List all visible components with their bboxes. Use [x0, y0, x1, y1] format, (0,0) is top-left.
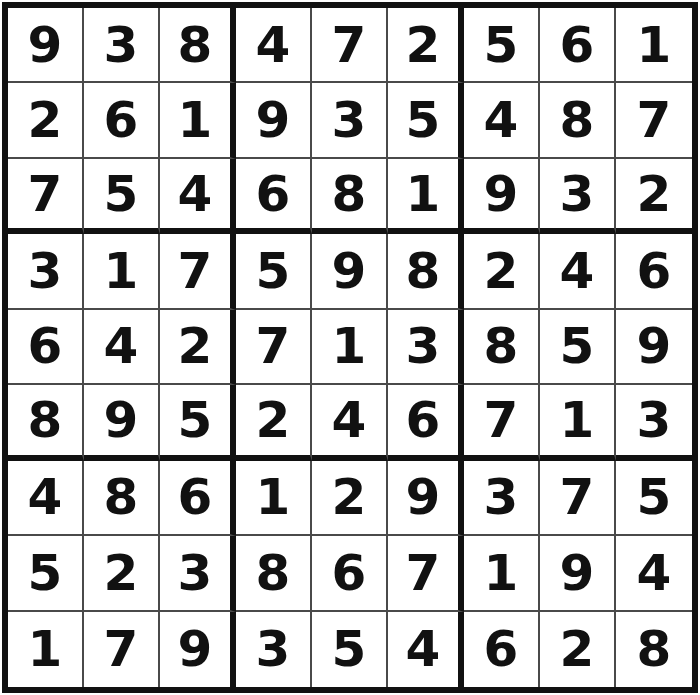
sudoku-cell-r6c1[interactable]: 8	[8, 385, 84, 460]
sudoku-cell-r6c8[interactable]: 1	[540, 385, 616, 460]
sudoku-cell-r8c6[interactable]: 7	[388, 536, 464, 611]
sudoku-cell-r2c7[interactable]: 4	[464, 83, 540, 158]
sudoku-cell-r7c6[interactable]: 9	[388, 461, 464, 536]
sudoku-cell-r9c5[interactable]: 5	[312, 612, 388, 687]
sudoku-cell-r9c9[interactable]: 8	[616, 612, 692, 687]
sudoku-cell-r8c7[interactable]: 1	[464, 536, 540, 611]
sudoku-cell-r7c5[interactable]: 2	[312, 461, 388, 536]
sudoku-cell-r9c8[interactable]: 2	[540, 612, 616, 687]
sudoku-cell-r3c7[interactable]: 9	[464, 159, 540, 234]
sudoku-cell-r2c5[interactable]: 3	[312, 83, 388, 158]
sudoku-cell-r8c8[interactable]: 9	[540, 536, 616, 611]
sudoku-cell-r6c2[interactable]: 9	[84, 385, 160, 460]
sudoku-cell-r7c1[interactable]: 4	[8, 461, 84, 536]
sudoku-cell-r6c3[interactable]: 5	[160, 385, 236, 460]
sudoku-cell-r1c9[interactable]: 1	[616, 8, 692, 83]
sudoku-cell-r3c2[interactable]: 5	[84, 159, 160, 234]
sudoku-cell-r2c4[interactable]: 9	[236, 83, 312, 158]
sudoku-cell-r5c1[interactable]: 6	[8, 310, 84, 385]
sudoku-cell-r2c2[interactable]: 6	[84, 83, 160, 158]
sudoku-cell-r9c7[interactable]: 6	[464, 612, 540, 687]
sudoku-cell-r2c3[interactable]: 1	[160, 83, 236, 158]
sudoku-cell-r1c3[interactable]: 8	[160, 8, 236, 83]
sudoku-cell-r9c2[interactable]: 7	[84, 612, 160, 687]
sudoku-cell-r4c2[interactable]: 1	[84, 234, 160, 309]
sudoku-cell-r3c9[interactable]: 2	[616, 159, 692, 234]
sudoku-cell-r6c9[interactable]: 3	[616, 385, 692, 460]
sudoku-cell-r8c1[interactable]: 5	[8, 536, 84, 611]
sudoku-cell-r9c3[interactable]: 9	[160, 612, 236, 687]
sudoku-cell-r8c3[interactable]: 3	[160, 536, 236, 611]
sudoku-cell-r1c6[interactable]: 2	[388, 8, 464, 83]
sudoku-cell-r8c4[interactable]: 8	[236, 536, 312, 611]
sudoku-cell-r1c2[interactable]: 3	[84, 8, 160, 83]
sudoku-cell-r5c6[interactable]: 3	[388, 310, 464, 385]
sudoku-cell-r7c9[interactable]: 5	[616, 461, 692, 536]
sudoku-cell-r8c9[interactable]: 4	[616, 536, 692, 611]
sudoku-cell-r5c7[interactable]: 8	[464, 310, 540, 385]
sudoku-cell-r2c9[interactable]: 7	[616, 83, 692, 158]
sudoku-cell-r2c8[interactable]: 8	[540, 83, 616, 158]
sudoku-cell-r4c8[interactable]: 4	[540, 234, 616, 309]
sudoku-cell-r5c9[interactable]: 9	[616, 310, 692, 385]
sudoku-cell-r2c1[interactable]: 2	[8, 83, 84, 158]
sudoku-cell-r1c7[interactable]: 5	[464, 8, 540, 83]
sudoku-cell-r3c8[interactable]: 3	[540, 159, 616, 234]
sudoku-cell-r4c5[interactable]: 9	[312, 234, 388, 309]
sudoku-cell-r7c4[interactable]: 1	[236, 461, 312, 536]
sudoku-cell-r5c2[interactable]: 4	[84, 310, 160, 385]
sudoku-cell-r6c5[interactable]: 4	[312, 385, 388, 460]
sudoku-cell-r3c6[interactable]: 1	[388, 159, 464, 234]
sudoku-cell-r5c3[interactable]: 2	[160, 310, 236, 385]
sudoku-cell-r4c4[interactable]: 5	[236, 234, 312, 309]
sudoku-cell-r1c1[interactable]: 9	[8, 8, 84, 83]
sudoku-cell-r7c2[interactable]: 8	[84, 461, 160, 536]
sudoku-cell-r3c4[interactable]: 6	[236, 159, 312, 234]
sudoku-cell-r5c5[interactable]: 1	[312, 310, 388, 385]
sudoku-cell-r7c3[interactable]: 6	[160, 461, 236, 536]
sudoku-cell-r4c1[interactable]: 3	[8, 234, 84, 309]
sudoku-cell-r9c4[interactable]: 3	[236, 612, 312, 687]
sudoku-cell-r7c7[interactable]: 3	[464, 461, 540, 536]
sudoku-cell-r7c8[interactable]: 7	[540, 461, 616, 536]
sudoku-cell-r1c4[interactable]: 4	[236, 8, 312, 83]
sudoku-board-wrapper: 9384725612619354877546819323175982466427…	[0, 0, 700, 695]
sudoku-cell-r8c2[interactable]: 2	[84, 536, 160, 611]
sudoku-cell-r1c8[interactable]: 6	[540, 8, 616, 83]
sudoku-cell-r1c5[interactable]: 7	[312, 8, 388, 83]
sudoku-cell-r6c7[interactable]: 7	[464, 385, 540, 460]
sudoku-cell-r3c3[interactable]: 4	[160, 159, 236, 234]
sudoku-cell-r4c6[interactable]: 8	[388, 234, 464, 309]
sudoku-cell-r5c8[interactable]: 5	[540, 310, 616, 385]
sudoku-cell-r2c6[interactable]: 5	[388, 83, 464, 158]
sudoku-cell-r3c5[interactable]: 8	[312, 159, 388, 234]
sudoku-cell-r4c3[interactable]: 7	[160, 234, 236, 309]
sudoku-cell-r3c1[interactable]: 7	[8, 159, 84, 234]
sudoku-cell-r6c4[interactable]: 2	[236, 385, 312, 460]
sudoku-cell-r4c7[interactable]: 2	[464, 234, 540, 309]
sudoku-cell-r6c6[interactable]: 6	[388, 385, 464, 460]
sudoku-cell-r9c6[interactable]: 4	[388, 612, 464, 687]
sudoku-cell-r9c1[interactable]: 1	[8, 612, 84, 687]
sudoku-cell-r5c4[interactable]: 7	[236, 310, 312, 385]
sudoku-cell-r4c9[interactable]: 6	[616, 234, 692, 309]
sudoku-cell-r8c5[interactable]: 6	[312, 536, 388, 611]
sudoku-board: 9384725612619354877546819323175982466427…	[2, 2, 698, 693]
